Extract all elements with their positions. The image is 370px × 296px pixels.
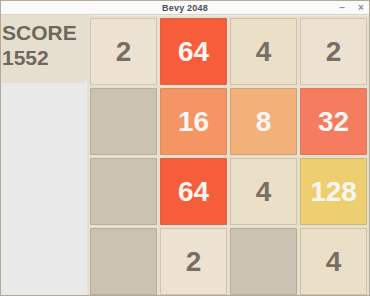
game-content: 264421683264412824 SCORE 1552 (1, 16, 369, 295)
window-titlebar[interactable]: Bevy 2048 – × (1, 1, 369, 15)
score-box: SCORE 1552 (0, 6, 89, 83)
empty-cell (90, 228, 157, 295)
tile-128: 128 (300, 158, 367, 225)
tile-64: 64 (160, 158, 227, 225)
tile-32: 32 (300, 88, 367, 155)
empty-cell (230, 228, 297, 295)
empty-cell (90, 88, 157, 155)
tile-2: 2 (300, 18, 367, 85)
tile-4: 4 (300, 228, 367, 295)
score-label: SCORE (2, 20, 89, 45)
tile-16: 16 (160, 88, 227, 155)
app-window: 264421683264412824 SCORE 1552 Bevy 2048 … (0, 0, 370, 296)
close-icon[interactable]: × (356, 3, 366, 13)
empty-cell (90, 158, 157, 225)
tile-2: 2 (160, 228, 227, 295)
tile-2: 2 (90, 18, 157, 85)
tile-8: 8 (230, 88, 297, 155)
window-controls: – × (337, 1, 366, 14)
tile-4: 4 (230, 158, 297, 225)
score-value: 1552 (2, 45, 89, 70)
tile-64: 64 (160, 18, 227, 85)
window-title: Bevy 2048 (162, 3, 208, 13)
board-grid: 264421683264412824 (87, 16, 370, 296)
tile-4: 4 (230, 18, 297, 85)
minimize-icon[interactable]: – (337, 3, 347, 13)
